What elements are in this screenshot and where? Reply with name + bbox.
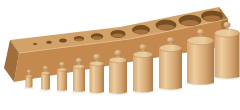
scene-image bbox=[0, 0, 240, 110]
cylinder-10 bbox=[213, 22, 240, 80]
hole-7-inner-wall bbox=[134, 29, 148, 34]
hole-10-inner-wall bbox=[203, 16, 220, 22]
cylinder-10-knob bbox=[224, 22, 231, 28]
cylinder-1-knob bbox=[27, 70, 31, 74]
cylinder-8-knob bbox=[167, 37, 174, 43]
cylinder-9 bbox=[186, 29, 216, 86]
hole-1 bbox=[33, 43, 37, 45]
hole-3 bbox=[59, 39, 67, 43]
cylinder-3-knob bbox=[59, 62, 64, 67]
cylinder-2-knob bbox=[43, 66, 48, 70]
hole-9-inner-wall bbox=[181, 20, 199, 26]
cylinder-4-knob bbox=[76, 58, 82, 63]
hole-4-inner-wall bbox=[75, 38, 83, 41]
cylinder-9-knob bbox=[197, 29, 204, 35]
cylinder-7-knob bbox=[140, 44, 147, 50]
cylinder-6-knob bbox=[115, 50, 122, 56]
hole-6-inner-wall bbox=[112, 34, 124, 38]
product-photo bbox=[0, 0, 240, 110]
hole-5-inner-wall bbox=[92, 36, 102, 39]
hole-2 bbox=[46, 41, 52, 44]
cylinder-5-knob bbox=[93, 54, 100, 60]
hole-8-inner-wall bbox=[158, 25, 174, 30]
